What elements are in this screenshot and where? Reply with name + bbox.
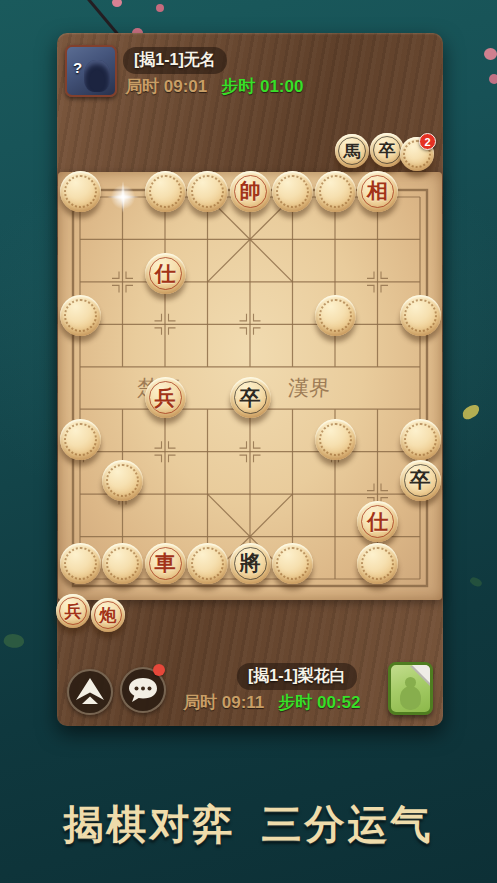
piece-character: 兵 — [56, 594, 90, 628]
hidden-piece-ring — [276, 547, 309, 580]
board-piece-將[interactable]: 將 — [230, 543, 271, 584]
blossom — [112, 0, 122, 7]
board-piece-兵[interactable]: 兵 — [145, 377, 186, 418]
leaf — [460, 403, 481, 421]
piece-character: 仕 — [145, 253, 186, 294]
board-piece-hidden[interactable] — [60, 171, 101, 212]
piece-character: 將 — [230, 543, 271, 584]
hidden-piece-ring — [191, 175, 224, 208]
blossom — [484, 48, 497, 60]
avatar-figure — [84, 60, 110, 92]
app-screen: ? [揭1-1]无名 局时 09:01步时 01:00 楚河 漢界 帥相仕兵卒卒… — [0, 0, 497, 883]
banner-text-left: 揭棋对弈 — [64, 800, 236, 847]
board-piece-hidden[interactable] — [272, 543, 313, 584]
xiangqi-board[interactable]: 楚河 漢界 帥相仕兵卒卒仕車將 — [58, 172, 442, 600]
piece-character: 相 — [357, 171, 398, 212]
top-player-name: [揭1-1]无名 — [123, 47, 227, 74]
menu-up-arrow-button[interactable] — [67, 669, 113, 715]
piece-character: 卒 — [230, 377, 271, 418]
bottom-player-timers: 局时 09:11步时 00:52 — [183, 691, 361, 714]
last-move-sparkle-highlight — [109, 183, 137, 211]
board-piece-hidden[interactable] — [102, 543, 143, 584]
piece-character: 卒 — [400, 460, 441, 501]
hidden-piece-ring — [64, 175, 97, 208]
board-piece-hidden[interactable] — [315, 419, 356, 460]
board-piece-仕[interactable]: 仕 — [145, 253, 186, 294]
bottom-player-name: [揭1-1]梨花白 — [237, 663, 357, 690]
hidden-piece-ring — [361, 547, 394, 580]
hidden-piece-ring — [149, 175, 182, 208]
bottom-game-time: 局时 09:11 — [183, 693, 264, 712]
board-piece-hidden[interactable] — [187, 171, 228, 212]
board-piece-相[interactable]: 相 — [357, 171, 398, 212]
captured-piece-top: 卒 — [370, 133, 404, 167]
piece-character: 仕 — [357, 501, 398, 542]
leaf — [469, 575, 483, 589]
hidden-piece-ring — [404, 423, 437, 456]
captured-piece-bottom: 炮 — [91, 598, 125, 632]
board-piece-hidden[interactable] — [60, 295, 101, 336]
hidden-piece-ring — [64, 547, 97, 580]
top-game-time: 局时 09:01 — [125, 77, 207, 96]
up-arrow-icon — [69, 671, 111, 713]
blossom — [156, 4, 164, 12]
report-person-silhouette — [400, 686, 421, 710]
board-piece-仕[interactable]: 仕 — [357, 501, 398, 542]
leaf — [2, 631, 25, 650]
piece-character: 炮 — [91, 598, 125, 632]
board-piece-hidden[interactable] — [315, 171, 356, 212]
board-piece-hidden[interactable] — [272, 171, 313, 212]
piece-character: 卒 — [370, 133, 404, 167]
avatar-question-mark: ? — [73, 59, 82, 76]
piece-character: 馬 — [335, 134, 369, 168]
bottom-move-time: 步时 00:52 — [278, 693, 360, 712]
hidden-captured-count-badge: 2 — [419, 133, 436, 150]
board-piece-hidden[interactable] — [60, 419, 101, 460]
piece-character: 兵 — [145, 377, 186, 418]
board-piece-hidden[interactable] — [60, 543, 101, 584]
hidden-piece-ring — [64, 299, 97, 332]
hidden-piece-ring — [319, 423, 352, 456]
hidden-piece-ring — [404, 299, 437, 332]
board-piece-卒[interactable]: 卒 — [230, 377, 271, 418]
board-piece-hidden[interactable] — [102, 460, 143, 501]
board-piece-卒[interactable]: 卒 — [400, 460, 441, 501]
page-fold-icon — [411, 664, 431, 684]
piece-character: 車 — [145, 543, 186, 584]
chat-notification-dot — [153, 664, 165, 676]
hidden-piece-ring — [64, 423, 97, 456]
hidden-piece-ring — [319, 175, 352, 208]
battle-report-button[interactable] — [388, 662, 433, 715]
river-label-right: 漢界 — [287, 374, 354, 402]
captured-piece-bottom: 兵 — [56, 594, 90, 628]
piece-character: 帥 — [230, 171, 271, 212]
hidden-piece-ring — [276, 175, 309, 208]
board-piece-帥[interactable]: 帥 — [230, 171, 271, 212]
hidden-piece-ring — [106, 547, 139, 580]
top-player-avatar[interactable]: ? — [65, 45, 117, 97]
blossom — [489, 74, 497, 84]
board-piece-車[interactable]: 車 — [145, 543, 186, 584]
board-piece-hidden[interactable] — [187, 543, 228, 584]
banner-slogan: 揭棋对弈三分运气 — [0, 797, 497, 852]
board-piece-hidden[interactable] — [400, 295, 441, 336]
top-move-time: 步时 01:00 — [221, 77, 303, 96]
hidden-piece-ring — [106, 464, 139, 497]
hidden-piece-ring — [191, 547, 224, 580]
top-player-timers: 局时 09:01步时 01:00 — [125, 75, 303, 98]
banner-text-right: 三分运气 — [262, 800, 434, 847]
board-piece-hidden[interactable] — [145, 171, 186, 212]
board-piece-hidden[interactable] — [400, 419, 441, 460]
board-piece-hidden[interactable] — [315, 295, 356, 336]
hidden-piece-ring — [319, 299, 352, 332]
board-piece-hidden[interactable] — [357, 543, 398, 584]
captured-piece-top: 馬 — [335, 134, 369, 168]
